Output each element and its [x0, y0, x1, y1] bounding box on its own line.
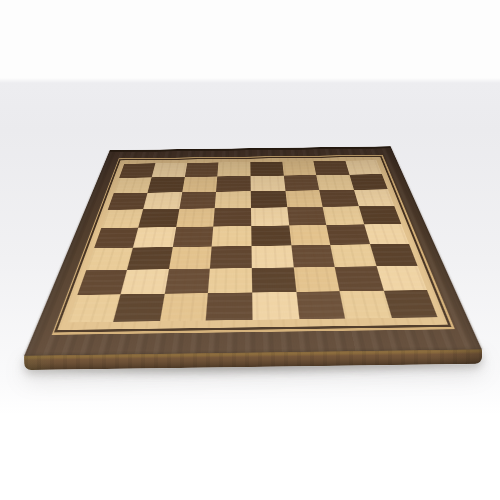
square-g4[interactable]	[250, 175, 285, 191]
square-e2[interactable]	[322, 206, 363, 225]
inlay-pinline-dark	[54, 155, 451, 332]
square-f2[interactable]	[319, 189, 358, 206]
square-a8[interactable]	[67, 294, 121, 322]
square-b5[interactable]	[208, 268, 252, 293]
board-far-edge	[108, 146, 390, 152]
square-f5[interactable]	[215, 191, 251, 208]
square-g7[interactable]	[147, 176, 184, 192]
square-f7[interactable]	[143, 192, 182, 209]
square-b8[interactable]	[76, 269, 126, 294]
chessboard	[0, 0, 500, 500]
square-c2[interactable]	[330, 244, 376, 267]
studio-backdrop	[0, 0, 500, 500]
square-d8[interactable]	[93, 227, 138, 248]
square-g8[interactable]	[113, 177, 151, 193]
square-b2[interactable]	[334, 266, 383, 291]
square-a5[interactable]	[206, 292, 252, 320]
square-a2[interactable]	[339, 290, 391, 318]
square-c6[interactable]	[168, 246, 211, 269]
square-g6[interactable]	[182, 176, 218, 192]
square-e4[interactable]	[250, 207, 288, 226]
square-c1[interactable]	[369, 243, 417, 266]
square-c7[interactable]	[127, 247, 172, 270]
square-d3[interactable]	[288, 224, 330, 244]
square-f8[interactable]	[107, 192, 147, 209]
square-d7[interactable]	[133, 227, 176, 248]
square-d1[interactable]	[363, 223, 408, 243]
square-g5[interactable]	[216, 176, 250, 192]
square-h6[interactable]	[184, 162, 218, 176]
square-a3[interactable]	[295, 291, 344, 319]
square-b4[interactable]	[251, 267, 295, 292]
square-h2[interactable]	[313, 160, 349, 174]
square-f1[interactable]	[353, 189, 394, 206]
inlay-pinline-light	[51, 154, 454, 334]
square-c8[interactable]	[85, 247, 132, 270]
square-c4[interactable]	[251, 245, 293, 268]
square-h4[interactable]	[250, 161, 283, 175]
square-d4[interactable]	[251, 225, 291, 245]
square-h5[interactable]	[217, 162, 250, 176]
square-f4[interactable]	[250, 190, 286, 207]
square-c3[interactable]	[290, 244, 334, 267]
square-a4[interactable]	[252, 291, 299, 319]
square-a6[interactable]	[159, 293, 208, 321]
square-b3[interactable]	[293, 266, 339, 291]
square-f3[interactable]	[285, 190, 323, 207]
square-h8[interactable]	[118, 163, 155, 178]
square-e8[interactable]	[100, 209, 142, 228]
square-d5[interactable]	[212, 226, 251, 247]
square-g1[interactable]	[349, 174, 388, 190]
square-e3[interactable]	[286, 206, 326, 225]
square-a7[interactable]	[113, 293, 164, 321]
square-f6[interactable]	[179, 191, 216, 208]
board-top-surface	[24, 146, 481, 355]
board-frame	[24, 146, 481, 355]
square-h1[interactable]	[345, 160, 382, 174]
square-c5[interactable]	[210, 245, 252, 268]
square-b6[interactable]	[164, 268, 210, 293]
square-e1[interactable]	[358, 205, 401, 224]
inlay-border-band	[56, 156, 447, 329]
square-b1[interactable]	[376, 265, 427, 290]
square-g3[interactable]	[283, 175, 319, 191]
square-h7[interactable]	[151, 162, 186, 177]
square-g2[interactable]	[316, 174, 353, 190]
square-d2[interactable]	[326, 224, 369, 244]
square-e5[interactable]	[213, 207, 251, 226]
square-e6[interactable]	[176, 208, 215, 227]
board-grid	[67, 160, 438, 322]
square-h3[interactable]	[281, 161, 315, 175]
square-d6[interactable]	[172, 226, 213, 247]
square-b7[interactable]	[120, 269, 168, 294]
square-e7[interactable]	[138, 208, 179, 227]
square-a1[interactable]	[383, 290, 437, 318]
